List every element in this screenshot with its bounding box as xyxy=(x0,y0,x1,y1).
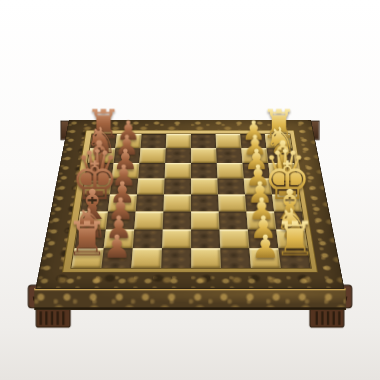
square-r8c4 xyxy=(161,248,191,268)
square-r8c1: ♜ xyxy=(71,248,103,268)
square-r1c4 xyxy=(166,134,191,148)
square-r8c8: ♜ xyxy=(278,248,310,268)
square-r4c8: ♛ xyxy=(270,178,299,194)
square-r7c5 xyxy=(191,229,220,248)
square-r3c5 xyxy=(191,163,217,178)
square-r8c2: ♟ xyxy=(101,248,132,268)
square-r7c1: ♞ xyxy=(75,229,106,248)
square-r4c3 xyxy=(137,178,165,194)
square-r1c6 xyxy=(216,134,242,148)
square-r6c3 xyxy=(134,212,163,230)
square-r1c1: ♜ xyxy=(90,134,117,148)
square-r6c5 xyxy=(191,212,219,230)
board-front-edge xyxy=(34,288,345,310)
square-r6c6 xyxy=(219,212,248,230)
square-r7c7: ♟ xyxy=(248,229,279,248)
square-r3c3 xyxy=(138,163,165,178)
square-r2c6 xyxy=(216,148,242,163)
square-r4c5 xyxy=(191,178,218,194)
square-r3c1: ♝ xyxy=(85,163,113,178)
square-r1c7: ♟ xyxy=(240,134,266,148)
square-r8c7: ♟ xyxy=(249,248,280,268)
square-r2c1: ♞ xyxy=(88,148,115,163)
square-r7c6 xyxy=(219,229,249,248)
square-r6c7: ♟ xyxy=(246,212,276,230)
square-r2c3 xyxy=(139,148,165,163)
square-r3c8: ♝ xyxy=(268,163,296,178)
square-r8c6 xyxy=(220,248,251,268)
square-r4c4 xyxy=(164,178,191,194)
square-r3c2: ♟ xyxy=(112,163,140,178)
square-r6c1: ♝ xyxy=(77,212,107,230)
square-r2c8: ♞ xyxy=(267,148,295,163)
square-r4c7: ♟ xyxy=(244,178,272,194)
square-r7c3 xyxy=(133,229,163,248)
square-r4c6 xyxy=(217,178,245,194)
square-r6c4 xyxy=(163,212,191,230)
square-r3c4 xyxy=(165,163,191,178)
square-r7c4 xyxy=(162,229,191,248)
square-r4c2: ♟ xyxy=(110,178,138,194)
square-r8c5 xyxy=(191,248,221,268)
square-r2c5 xyxy=(191,148,217,163)
board-grid: ♜♟♟♜♞♟♟♞♝♟♟♝♛♟♟♛♚♟♟♚♝♟♟♝♞♟♟♞♜♟♟♜ xyxy=(70,134,312,269)
square-r2c2: ♟ xyxy=(114,148,141,163)
chess-board: ♜♟♟♜♞♟♟♞♝♟♟♝♛♟♟♛♚♟♟♚♝♟♟♝♞♟♟♞♜♟♟♜ xyxy=(35,120,345,289)
square-r2c7: ♟ xyxy=(241,148,268,163)
square-r4c1: ♛ xyxy=(83,178,112,194)
square-r1c5 xyxy=(191,134,216,148)
chess-set-photo: ♜♟♟♜♞♟♟♞♝♟♟♝♛♟♟♛♚♟♟♚♝♟♟♝♞♟♟♞♜♟♟♜ xyxy=(0,0,380,380)
square-r6c2: ♟ xyxy=(106,212,136,230)
square-r1c8: ♜ xyxy=(265,134,292,148)
square-r8c3 xyxy=(131,248,162,268)
square-r3c7: ♟ xyxy=(243,163,271,178)
square-r7c2: ♟ xyxy=(104,229,135,248)
square-r1c2: ♟ xyxy=(115,134,141,148)
square-r7c8: ♞ xyxy=(276,229,307,248)
square-r3c6 xyxy=(217,163,244,178)
square-r2c4 xyxy=(165,148,191,163)
square-r1c3 xyxy=(141,134,167,148)
square-r6c8: ♝ xyxy=(274,212,305,230)
